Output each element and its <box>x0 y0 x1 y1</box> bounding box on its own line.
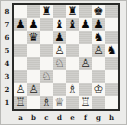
square-h8 <box>105 5 118 18</box>
square-g4 <box>92 57 105 70</box>
square-b1 <box>27 96 40 109</box>
black-pawn: ♟ <box>54 31 64 44</box>
chess-diagram: 87654321 ♜♜♚♟♟♝♝♟♟♛♟♞♙♙♞♘♙♘♙♙♗♔♖♗♕♖ abcd… <box>0 0 127 125</box>
board-frame: ♜♜♚♟♟♝♝♟♟♛♟♞♙♙♞♘♙♘♙♙♗♔♖♗♕♖ <box>12 3 120 111</box>
file-label-g: g <box>92 113 105 123</box>
white-rook: ♖ <box>80 96 90 109</box>
rank-label-4: 4 <box>3 57 11 70</box>
square-f5 <box>79 44 92 57</box>
square-e2: ♗ <box>66 83 79 96</box>
square-a8 <box>14 5 27 18</box>
rank-label-7: 7 <box>3 18 11 31</box>
square-d3 <box>53 70 66 83</box>
square-c8: ♜ <box>40 5 53 18</box>
square-h2 <box>105 83 118 96</box>
square-c3: ♘ <box>40 70 53 83</box>
square-e1 <box>66 96 79 109</box>
square-d6: ♟ <box>53 31 66 44</box>
file-labels: abcdefgh <box>14 113 118 123</box>
rank-label-8: 8 <box>3 5 11 18</box>
rank-label-1: 1 <box>3 96 11 109</box>
file-label-h: h <box>105 113 118 123</box>
square-d1: ♕ <box>53 96 66 109</box>
file-label-f: f <box>79 113 92 123</box>
black-pawn: ♟ <box>28 18 38 31</box>
square-d5: ♙ <box>53 44 66 57</box>
white-knight: ♘ <box>41 70 51 83</box>
white-pawn: ♙ <box>93 44 103 57</box>
square-a6 <box>14 31 27 44</box>
square-e3 <box>66 70 79 83</box>
square-b2: ♙ <box>27 83 40 96</box>
white-pawn: ♙ <box>15 83 25 96</box>
black-knight: ♞ <box>93 31 103 44</box>
square-f7: ♟ <box>79 18 92 31</box>
black-rook: ♜ <box>67 5 77 18</box>
square-a7: ♟ <box>14 18 27 31</box>
square-d2 <box>53 83 66 96</box>
square-b3 <box>27 70 40 83</box>
square-c5 <box>40 44 53 57</box>
square-h1 <box>105 96 118 109</box>
square-g6: ♞ <box>92 31 105 44</box>
square-d7: ♝ <box>53 18 66 31</box>
square-h5: ♞ <box>105 44 118 57</box>
square-h4 <box>105 57 118 70</box>
file-label-e: e <box>66 113 79 123</box>
square-c4 <box>40 57 53 70</box>
square-c2 <box>40 83 53 96</box>
square-h6 <box>105 31 118 44</box>
white-bishop: ♗ <box>67 83 77 96</box>
rank-label-2: 2 <box>3 83 11 96</box>
square-a2: ♙ <box>14 83 27 96</box>
white-pawn: ♙ <box>54 44 64 57</box>
square-e7: ♝ <box>66 18 79 31</box>
square-b6: ♛ <box>27 31 40 44</box>
white-bishop: ♗ <box>41 96 51 109</box>
square-d8 <box>53 5 66 18</box>
square-b4 <box>27 57 40 70</box>
white-pawn: ♙ <box>28 83 38 96</box>
file-label-d: d <box>53 113 66 123</box>
square-f4: ♙ <box>79 57 92 70</box>
square-f2 <box>79 83 92 96</box>
square-f8 <box>79 5 92 18</box>
white-knight: ♘ <box>54 57 64 70</box>
square-g5: ♙ <box>92 44 105 57</box>
square-g7: ♟ <box>92 18 105 31</box>
square-f1: ♖ <box>79 96 92 109</box>
square-a5 <box>14 44 27 57</box>
square-f3 <box>79 70 92 83</box>
square-d4: ♘ <box>53 57 66 70</box>
square-e6 <box>66 31 79 44</box>
file-label-b: b <box>27 113 40 123</box>
rank-label-5: 5 <box>3 44 11 57</box>
square-g1 <box>92 96 105 109</box>
square-b7: ♟ <box>27 18 40 31</box>
white-king: ♔ <box>93 83 103 96</box>
black-pawn: ♟ <box>15 18 25 31</box>
square-a4 <box>14 57 27 70</box>
square-c7 <box>40 18 53 31</box>
square-e4 <box>66 57 79 70</box>
square-h3 <box>105 70 118 83</box>
black-bishop: ♝ <box>67 18 77 31</box>
white-rook: ♖ <box>15 96 25 109</box>
square-c6 <box>40 31 53 44</box>
file-label-c: c <box>40 113 53 123</box>
square-c1: ♗ <box>40 96 53 109</box>
black-queen: ♛ <box>28 31 38 44</box>
square-g2: ♔ <box>92 83 105 96</box>
black-knight: ♞ <box>106 44 116 57</box>
rank-labels: 87654321 <box>3 5 11 109</box>
square-h7 <box>105 18 118 31</box>
rank-label-3: 3 <box>3 70 11 83</box>
square-e8: ♜ <box>66 5 79 18</box>
black-king: ♚ <box>93 5 103 18</box>
square-b5 <box>27 44 40 57</box>
square-e5 <box>66 44 79 57</box>
board: ♜♜♚♟♟♝♝♟♟♛♟♞♙♙♞♘♙♘♙♙♗♔♖♗♕♖ <box>14 5 118 109</box>
rank-label-6: 6 <box>3 31 11 44</box>
square-b8 <box>27 5 40 18</box>
square-g3 <box>92 70 105 83</box>
black-bishop: ♝ <box>54 18 64 31</box>
black-pawn: ♟ <box>93 18 103 31</box>
square-f6 <box>79 31 92 44</box>
square-a1: ♖ <box>14 96 27 109</box>
square-a3 <box>14 70 27 83</box>
white-pawn: ♙ <box>80 57 90 70</box>
black-rook: ♜ <box>41 5 51 18</box>
square-g8: ♚ <box>92 5 105 18</box>
file-label-a: a <box>14 113 27 123</box>
black-pawn: ♟ <box>80 18 90 31</box>
white-queen: ♕ <box>54 96 64 109</box>
